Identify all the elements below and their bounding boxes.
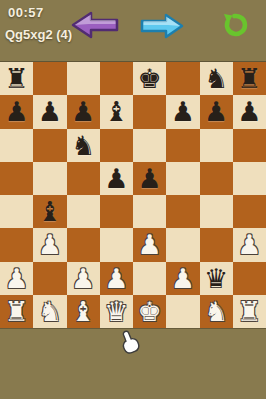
square-d2[interactable]: ♟ — [100, 262, 133, 295]
square-c3[interactable] — [67, 228, 100, 261]
square-d6[interactable] — [100, 129, 133, 162]
square-f7[interactable]: ♟ — [166, 95, 199, 128]
square-b6[interactable] — [33, 129, 66, 162]
game-timer: 00:57 — [8, 5, 44, 20]
square-c7[interactable]: ♟ — [67, 95, 100, 128]
right-arrow-icon — [139, 28, 185, 43]
square-d4[interactable] — [100, 195, 133, 228]
refresh-icon — [221, 28, 251, 43]
white-pawn: ♟ — [71, 262, 95, 295]
square-c4[interactable] — [67, 195, 100, 228]
restart-button[interactable] — [221, 10, 251, 40]
white-pawn: ♟ — [138, 228, 162, 261]
black-pawn: ♟ — [5, 95, 29, 128]
square-b2[interactable] — [33, 262, 66, 295]
square-c2[interactable]: ♟ — [67, 262, 100, 295]
white-knight: ♞ — [204, 295, 228, 328]
square-d7[interactable]: ♝ — [100, 95, 133, 128]
white-rook: ♜ — [5, 295, 29, 328]
square-a2[interactable]: ♟ — [0, 262, 33, 295]
square-d5[interactable]: ♟ — [100, 162, 133, 195]
white-knight: ♞ — [38, 295, 62, 328]
square-g4[interactable] — [200, 195, 233, 228]
square-a3[interactable] — [0, 228, 33, 261]
hand-cursor-icon — [117, 329, 143, 357]
black-pawn: ♟ — [204, 95, 228, 128]
black-queen: ♛ — [204, 262, 228, 295]
square-a6[interactable] — [0, 129, 33, 162]
square-h3[interactable]: ♟ — [233, 228, 266, 261]
square-f6[interactable] — [166, 129, 199, 162]
white-pawn: ♟ — [104, 262, 128, 295]
square-e8[interactable]: ♚ — [133, 62, 166, 95]
square-b3[interactable]: ♟ — [33, 228, 66, 261]
square-h4[interactable] — [233, 195, 266, 228]
square-f4[interactable] — [166, 195, 199, 228]
square-a7[interactable]: ♟ — [0, 95, 33, 128]
square-f1[interactable] — [166, 295, 199, 328]
square-h5[interactable] — [233, 162, 266, 195]
square-h8[interactable]: ♜ — [233, 62, 266, 95]
square-e1[interactable]: ♚ — [133, 295, 166, 328]
black-rook: ♜ — [5, 62, 29, 95]
square-h2[interactable] — [233, 262, 266, 295]
square-e4[interactable] — [133, 195, 166, 228]
square-f8[interactable] — [166, 62, 199, 95]
back-button[interactable] — [70, 9, 120, 41]
black-knight: ♞ — [204, 62, 228, 95]
square-c6[interactable]: ♞ — [67, 129, 100, 162]
square-b1[interactable]: ♞ — [33, 295, 66, 328]
black-pawn: ♟ — [71, 95, 95, 128]
square-b8[interactable] — [33, 62, 66, 95]
square-c1[interactable]: ♝ — [67, 295, 100, 328]
white-pawn: ♟ — [5, 262, 29, 295]
square-g3[interactable] — [200, 228, 233, 261]
square-a8[interactable]: ♜ — [0, 62, 33, 95]
left-arrow-icon — [70, 29, 120, 44]
black-knight: ♞ — [71, 129, 95, 162]
square-c8[interactable] — [67, 62, 100, 95]
white-bishop: ♝ — [71, 295, 95, 328]
square-e7[interactable] — [133, 95, 166, 128]
black-rook: ♜ — [237, 62, 261, 95]
white-rook: ♜ — [237, 295, 261, 328]
white-pawn: ♟ — [171, 262, 195, 295]
black-pawn: ♟ — [38, 95, 62, 128]
white-king: ♚ — [138, 295, 162, 328]
app-screen: 00:57 Qg5xg2 (4) — [0, 0, 266, 399]
white-queen: ♛ — [104, 295, 128, 328]
square-e2[interactable] — [133, 262, 166, 295]
black-pawn: ♟ — [237, 95, 261, 128]
black-king: ♚ — [138, 62, 162, 95]
square-c5[interactable] — [67, 162, 100, 195]
square-d8[interactable] — [100, 62, 133, 95]
black-pawn: ♟ — [104, 162, 128, 195]
square-a5[interactable] — [0, 162, 33, 195]
square-b7[interactable]: ♟ — [33, 95, 66, 128]
square-g5[interactable] — [200, 162, 233, 195]
square-a1[interactable]: ♜ — [0, 295, 33, 328]
black-pawn: ♟ — [171, 95, 195, 128]
square-f5[interactable] — [166, 162, 199, 195]
square-b4[interactable]: ♝ — [33, 195, 66, 228]
square-d1[interactable]: ♛ — [100, 295, 133, 328]
square-g2[interactable]: ♛ — [200, 262, 233, 295]
square-f2[interactable]: ♟ — [166, 262, 199, 295]
top-bar: 00:57 Qg5xg2 (4) — [0, 0, 266, 62]
black-bishop: ♝ — [104, 95, 128, 128]
black-pawn: ♟ — [138, 162, 162, 195]
white-pawn: ♟ — [237, 228, 261, 261]
square-a4[interactable] — [0, 195, 33, 228]
square-e5[interactable]: ♟ — [133, 162, 166, 195]
square-h6[interactable] — [233, 129, 266, 162]
chess-board[interactable]: ♜♚♞♜♟♟♟♝♟♟♟♞♟♟♝♟♟♟♟♟♟♟♛♜♞♝♛♚♞♜ — [0, 62, 266, 328]
square-g1[interactable]: ♞ — [200, 295, 233, 328]
square-g8[interactable]: ♞ — [200, 62, 233, 95]
forward-button[interactable] — [139, 12, 185, 40]
square-d3[interactable] — [100, 228, 133, 261]
square-h7[interactable]: ♟ — [233, 95, 266, 128]
square-g6[interactable] — [200, 129, 233, 162]
black-bishop: ♝ — [38, 195, 62, 228]
square-f3[interactable] — [166, 228, 199, 261]
square-e3[interactable]: ♟ — [133, 228, 166, 261]
last-move-label: Qg5xg2 (4) — [5, 27, 72, 42]
square-h1[interactable]: ♜ — [233, 295, 266, 328]
white-pawn: ♟ — [38, 228, 62, 261]
square-e6[interactable] — [133, 129, 166, 162]
square-g7[interactable]: ♟ — [200, 95, 233, 128]
square-b5[interactable] — [33, 162, 66, 195]
